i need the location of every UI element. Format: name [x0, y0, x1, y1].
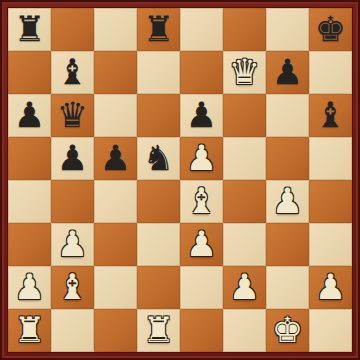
piece-black-rook: ♜	[137, 8, 180, 51]
square-f3[interactable]	[223, 223, 266, 266]
square-d4[interactable]	[137, 180, 180, 223]
square-b6[interactable]: ♛	[51, 94, 94, 137]
piece-black-bishop: ♝	[309, 94, 352, 137]
square-e1[interactable]	[180, 309, 223, 352]
square-c5[interactable]: ♟	[94, 137, 137, 180]
piece-white-pawn: ♟	[266, 180, 309, 223]
piece-black-pawn: ♟	[8, 94, 51, 137]
piece-white-queen: ♛	[223, 51, 266, 94]
square-h7[interactable]	[309, 51, 352, 94]
piece-white-pawn: ♟	[180, 137, 223, 180]
square-c8[interactable]	[94, 8, 137, 51]
piece-white-pawn: ♟	[180, 223, 223, 266]
piece-black-rook: ♜	[8, 8, 51, 51]
piece-white-pawn: ♟	[309, 266, 352, 309]
square-e4[interactable]: ♝	[180, 180, 223, 223]
square-b2[interactable]: ♝	[51, 266, 94, 309]
square-a1[interactable]: ♜	[8, 309, 51, 352]
square-c4[interactable]	[94, 180, 137, 223]
square-b4[interactable]	[51, 180, 94, 223]
square-g4[interactable]: ♟	[266, 180, 309, 223]
square-a6[interactable]: ♟	[8, 94, 51, 137]
square-e6[interactable]: ♟	[180, 94, 223, 137]
square-e8[interactable]	[180, 8, 223, 51]
piece-black-pawn: ♟	[51, 137, 94, 180]
square-a7[interactable]	[8, 51, 51, 94]
piece-white-rook: ♜	[8, 309, 51, 352]
piece-white-bishop: ♝	[51, 266, 94, 309]
square-g5[interactable]	[266, 137, 309, 180]
square-b3[interactable]: ♟	[51, 223, 94, 266]
square-f8[interactable]	[223, 8, 266, 51]
piece-white-pawn: ♟	[8, 266, 51, 309]
square-c2[interactable]	[94, 266, 137, 309]
piece-black-pawn: ♟	[94, 137, 137, 180]
square-h3[interactable]	[309, 223, 352, 266]
square-h4[interactable]	[309, 180, 352, 223]
square-a2[interactable]: ♟	[8, 266, 51, 309]
square-a5[interactable]	[8, 137, 51, 180]
square-h1[interactable]	[309, 309, 352, 352]
square-e5[interactable]: ♟	[180, 137, 223, 180]
piece-white-pawn: ♟	[51, 223, 94, 266]
square-e3[interactable]: ♟	[180, 223, 223, 266]
square-g8[interactable]	[266, 8, 309, 51]
square-g3[interactable]	[266, 223, 309, 266]
square-h5[interactable]	[309, 137, 352, 180]
square-b8[interactable]	[51, 8, 94, 51]
piece-black-king: ♚	[309, 8, 352, 51]
square-b1[interactable]	[51, 309, 94, 352]
square-f7[interactable]: ♛	[223, 51, 266, 94]
square-b7[interactable]: ♝	[51, 51, 94, 94]
piece-white-king: ♚	[266, 309, 309, 352]
square-e2[interactable]	[180, 266, 223, 309]
square-d1[interactable]: ♜	[137, 309, 180, 352]
square-h8[interactable]: ♚	[309, 8, 352, 51]
chess-board-frame: ♜♜♚♝♛♟♟♛♟♝♟♟♞♟♝♟♟♟♟♝♟♟♜♜♚	[0, 0, 360, 360]
square-h2[interactable]: ♟	[309, 266, 352, 309]
square-d8[interactable]: ♜	[137, 8, 180, 51]
square-d6[interactable]	[137, 94, 180, 137]
piece-white-pawn: ♟	[223, 266, 266, 309]
square-a8[interactable]: ♜	[8, 8, 51, 51]
piece-black-pawn: ♟	[180, 94, 223, 137]
chess-board: ♜♜♚♝♛♟♟♛♟♝♟♟♞♟♝♟♟♟♟♝♟♟♜♜♚	[8, 8, 352, 352]
square-f6[interactable]	[223, 94, 266, 137]
square-f4[interactable]	[223, 180, 266, 223]
square-a4[interactable]	[8, 180, 51, 223]
piece-black-bishop: ♝	[51, 51, 94, 94]
square-c3[interactable]	[94, 223, 137, 266]
square-f1[interactable]	[223, 309, 266, 352]
piece-black-queen: ♛	[51, 94, 94, 137]
square-c1[interactable]	[94, 309, 137, 352]
piece-black-knight: ♞	[137, 137, 180, 180]
square-g1[interactable]: ♚	[266, 309, 309, 352]
square-g6[interactable]	[266, 94, 309, 137]
square-d5[interactable]: ♞	[137, 137, 180, 180]
square-c6[interactable]	[94, 94, 137, 137]
square-d7[interactable]	[137, 51, 180, 94]
square-f5[interactable]	[223, 137, 266, 180]
square-a3[interactable]	[8, 223, 51, 266]
square-h6[interactable]: ♝	[309, 94, 352, 137]
square-b5[interactable]: ♟	[51, 137, 94, 180]
square-d2[interactable]	[137, 266, 180, 309]
square-d3[interactable]	[137, 223, 180, 266]
square-c7[interactable]	[94, 51, 137, 94]
piece-white-rook: ♜	[137, 309, 180, 352]
square-f2[interactable]: ♟	[223, 266, 266, 309]
square-e7[interactable]	[180, 51, 223, 94]
piece-black-pawn: ♟	[266, 51, 309, 94]
square-g7[interactable]: ♟	[266, 51, 309, 94]
square-g2[interactable]	[266, 266, 309, 309]
piece-white-bishop: ♝	[180, 180, 223, 223]
